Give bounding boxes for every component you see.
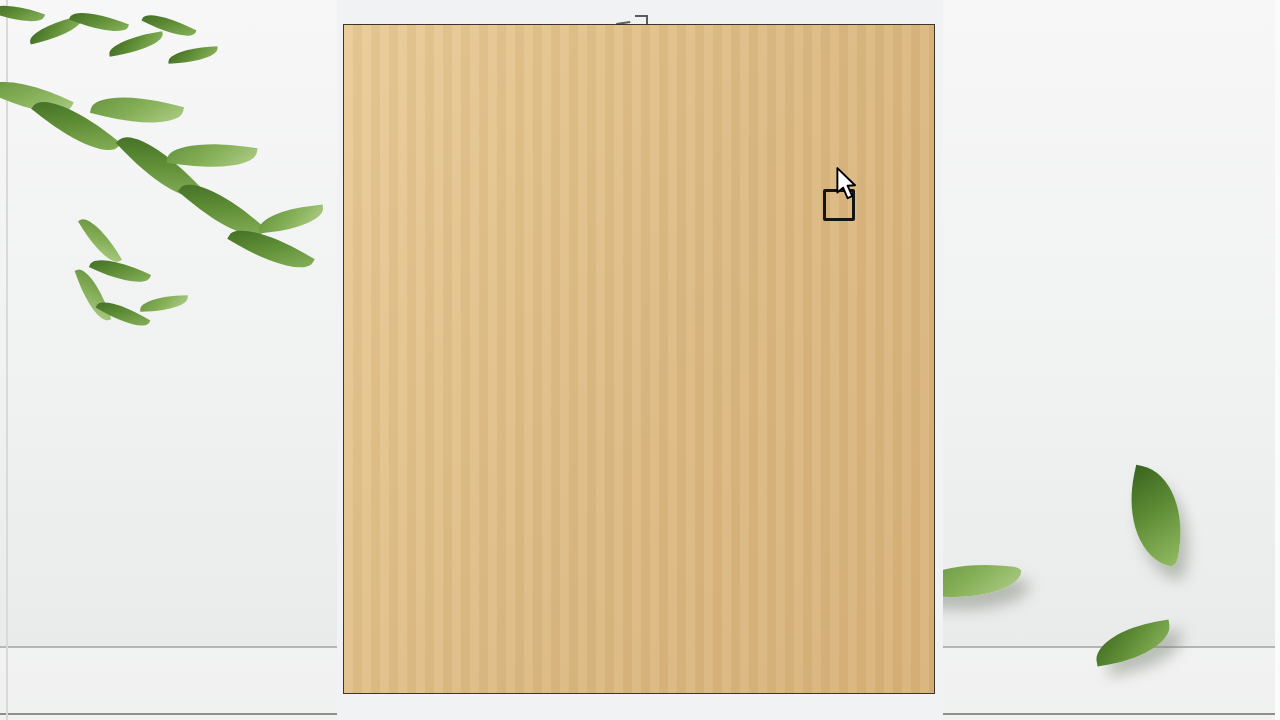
piece-layer (342, 49, 950, 677)
bottom-cropped-watermark (604, 693, 650, 701)
xiangqi-board[interactable] (343, 24, 935, 694)
frame-right-strip (1275, 0, 1280, 720)
mouse-cursor-arrow[interactable] (835, 167, 861, 201)
frame-left-line (6, 0, 8, 720)
